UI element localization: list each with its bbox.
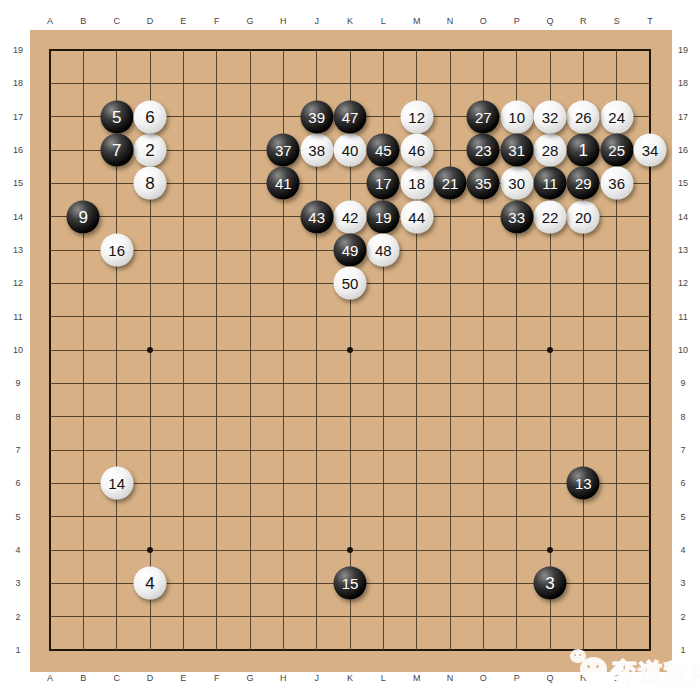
row-label-right: 10 <box>678 345 688 355</box>
stone-white-28: 28 <box>534 134 567 167</box>
stone-move-number: 9 <box>79 208 88 225</box>
stone-move-number: 21 <box>442 176 459 191</box>
stone-move-number: 30 <box>508 176 525 191</box>
column-label-top: H <box>280 16 287 26</box>
stone-white-48: 48 <box>367 234 400 267</box>
stone-move-number: 28 <box>542 143 559 158</box>
stone-move-number: 44 <box>408 209 425 224</box>
row-label-left: 10 <box>13 345 23 355</box>
column-label-bottom: P <box>514 673 520 683</box>
row-label-left: 15 <box>13 178 23 188</box>
stone-move-number: 23 <box>475 143 492 158</box>
row-label-left: 12 <box>13 278 23 288</box>
column-label-top: R <box>580 16 587 26</box>
stone-move-number: 7 <box>112 142 121 159</box>
row-label-right: 6 <box>680 478 685 488</box>
stone-white-42: 42 <box>334 200 367 233</box>
stone-move-number: 39 <box>308 109 325 124</box>
column-label-bottom: H <box>280 673 287 683</box>
stone-black-41: 41 <box>267 167 300 200</box>
stone-white-40: 40 <box>334 134 367 167</box>
row-label-left: 16 <box>13 145 23 155</box>
watermark-text: 弈道秋声 <box>612 656 700 689</box>
row-label-right: 2 <box>680 612 685 622</box>
grid-line-horizontal <box>50 483 650 484</box>
stone-black-37: 37 <box>267 134 300 167</box>
stone-black-47: 47 <box>334 100 367 133</box>
stone-move-number: 22 <box>542 209 559 224</box>
stone-white-8: 8 <box>134 167 167 200</box>
stone-black-43: 43 <box>300 200 333 233</box>
row-label-right: 12 <box>678 278 688 288</box>
stone-move-number: 41 <box>275 176 292 191</box>
stone-move-number: 17 <box>375 176 392 191</box>
stone-white-6: 6 <box>134 100 167 133</box>
stone-white-22: 22 <box>534 200 567 233</box>
stone-move-number: 42 <box>342 209 359 224</box>
row-label-left: 4 <box>15 545 20 555</box>
row-label-right: 9 <box>680 378 685 388</box>
stone-move-number: 50 <box>342 276 359 291</box>
stone-move-number: 1 <box>579 142 588 159</box>
row-label-left: 2 <box>15 612 20 622</box>
column-label-bottom: B <box>80 673 86 683</box>
stone-move-number: 26 <box>575 109 592 124</box>
grid-line-horizontal <box>50 616 650 617</box>
stone-black-23: 23 <box>467 134 500 167</box>
row-label-left: 17 <box>13 112 23 122</box>
stone-black-3: 3 <box>534 567 567 600</box>
column-label-bottom: E <box>180 673 186 683</box>
wechat-icon-bubble <box>580 657 607 681</box>
stone-move-number: 13 <box>575 476 592 491</box>
row-label-left: 11 <box>13 312 22 322</box>
stone-move-number: 49 <box>342 243 359 258</box>
row-label-left: 18 <box>13 78 23 88</box>
go-diagram: AABBCCDDEEFFGGHHJJKKLLMMNNOOPPQQRRSSTT19… <box>0 0 700 700</box>
stone-black-17: 17 <box>367 167 400 200</box>
stone-move-number: 8 <box>145 175 154 192</box>
star-point <box>147 547 153 553</box>
stone-move-number: 32 <box>542 109 559 124</box>
column-label-top: D <box>147 16 154 26</box>
stone-black-11: 11 <box>534 167 567 200</box>
row-label-right: 3 <box>680 578 685 588</box>
stone-move-number: 4 <box>145 575 154 592</box>
stone-move-number: 36 <box>608 176 625 191</box>
star-point <box>147 347 153 353</box>
stone-move-number: 2 <box>145 142 154 159</box>
row-label-right: 17 <box>678 112 688 122</box>
stone-white-38: 38 <box>300 134 333 167</box>
column-label-top: B <box>80 16 86 26</box>
stone-move-number: 40 <box>342 143 359 158</box>
row-label-left: 9 <box>15 378 20 388</box>
stone-move-number: 27 <box>475 109 492 124</box>
star-point <box>347 547 353 553</box>
column-label-bottom: N <box>447 673 454 683</box>
row-label-left: 8 <box>15 412 20 422</box>
stone-move-number: 37 <box>275 143 292 158</box>
row-label-left: 13 <box>13 245 23 255</box>
column-label-top: M <box>413 16 421 26</box>
watermark: 弈道秋声 <box>568 646 698 696</box>
stone-white-12: 12 <box>400 100 433 133</box>
stone-move-number: 33 <box>508 209 525 224</box>
stone-white-26: 26 <box>567 100 600 133</box>
row-label-left: 6 <box>15 478 20 488</box>
stone-white-32: 32 <box>534 100 567 133</box>
stone-black-45: 45 <box>367 134 400 167</box>
stone-black-7: 7 <box>100 134 133 167</box>
column-label-top: O <box>480 16 487 26</box>
row-label-right: 5 <box>680 512 685 522</box>
row-label-right: 16 <box>678 145 688 155</box>
column-label-top: Q <box>546 16 553 26</box>
stone-black-35: 35 <box>467 167 500 200</box>
column-label-bottom: Q <box>546 673 553 683</box>
stone-white-34: 34 <box>634 134 667 167</box>
stone-move-number: 25 <box>608 143 625 158</box>
stone-move-number: 19 <box>375 209 392 224</box>
stone-move-number: 48 <box>375 243 392 258</box>
stone-white-44: 44 <box>400 200 433 233</box>
column-label-top: G <box>246 16 253 26</box>
column-label-top: E <box>180 16 186 26</box>
column-label-top: K <box>347 16 353 26</box>
row-label-left: 3 <box>15 578 20 588</box>
stone-black-49: 49 <box>334 234 367 267</box>
stone-black-25: 25 <box>600 134 633 167</box>
stone-move-number: 18 <box>408 176 425 191</box>
column-label-bottom: C <box>113 673 120 683</box>
stone-black-13: 13 <box>567 467 600 500</box>
stone-black-29: 29 <box>567 167 600 200</box>
stone-move-number: 12 <box>408 109 425 124</box>
column-label-bottom: L <box>381 673 386 683</box>
stone-move-number: 31 <box>508 143 525 158</box>
column-label-bottom: F <box>214 673 220 683</box>
star-point <box>547 547 553 553</box>
column-label-bottom: O <box>480 673 487 683</box>
row-label-right: 4 <box>680 545 685 555</box>
row-label-right: 18 <box>678 78 688 88</box>
column-label-top: S <box>614 16 620 26</box>
stone-move-number: 43 <box>308 209 325 224</box>
stone-white-24: 24 <box>600 100 633 133</box>
stone-black-21: 21 <box>434 167 467 200</box>
row-label-right: 14 <box>678 212 688 222</box>
column-label-bottom: J <box>314 673 319 683</box>
stone-move-number: 47 <box>342 109 359 124</box>
row-label-left: 1 <box>15 645 20 655</box>
stone-black-9: 9 <box>67 200 100 233</box>
stone-move-number: 6 <box>145 108 154 125</box>
stone-white-46: 46 <box>400 134 433 167</box>
column-label-top: C <box>113 16 120 26</box>
stone-black-15: 15 <box>334 567 367 600</box>
column-label-top: N <box>447 16 454 26</box>
stone-move-number: 20 <box>575 209 592 224</box>
stone-white-50: 50 <box>334 267 367 300</box>
row-label-right: 19 <box>678 45 688 55</box>
stone-white-2: 2 <box>134 134 167 167</box>
grid-line-horizontal <box>50 450 650 451</box>
stone-move-number: 38 <box>308 143 325 158</box>
stone-move-number: 45 <box>375 143 392 158</box>
stone-white-14: 14 <box>100 467 133 500</box>
grid-line-horizontal <box>50 383 650 384</box>
row-label-left: 14 <box>13 212 23 222</box>
stone-black-5: 5 <box>100 100 133 133</box>
column-label-bottom: K <box>347 673 353 683</box>
stone-move-number: 15 <box>342 576 359 591</box>
stone-move-number: 34 <box>642 143 659 158</box>
column-label-top: A <box>47 16 53 26</box>
column-label-bottom: M <box>413 673 421 683</box>
stone-black-33: 33 <box>500 200 533 233</box>
star-point <box>547 347 553 353</box>
column-label-top: J <box>314 16 319 26</box>
stone-black-19: 19 <box>367 200 400 233</box>
row-label-left: 7 <box>15 445 20 455</box>
stone-move-number: 5 <box>112 108 121 125</box>
stone-move-number: 3 <box>545 575 554 592</box>
stone-white-10: 10 <box>500 100 533 133</box>
stone-move-number: 24 <box>608 109 625 124</box>
grid-line-horizontal <box>50 416 650 417</box>
column-label-top: T <box>647 16 653 26</box>
stone-black-1: 1 <box>567 134 600 167</box>
stone-move-number: 11 <box>542 176 558 191</box>
stone-move-number: 16 <box>108 243 125 258</box>
column-label-bottom: D <box>147 673 154 683</box>
row-label-left: 19 <box>13 45 23 55</box>
column-label-bottom: G <box>246 673 253 683</box>
row-label-right: 8 <box>680 412 685 422</box>
stone-white-16: 16 <box>100 234 133 267</box>
stone-black-27: 27 <box>467 100 500 133</box>
row-label-right: 11 <box>678 312 687 322</box>
star-point <box>347 347 353 353</box>
stone-white-30: 30 <box>500 167 533 200</box>
stone-move-number: 14 <box>108 476 125 491</box>
column-label-top: L <box>381 16 386 26</box>
row-label-left: 5 <box>15 512 20 522</box>
column-label-top: P <box>514 16 520 26</box>
stone-black-31: 31 <box>500 134 533 167</box>
row-label-right: 13 <box>678 245 688 255</box>
stone-white-36: 36 <box>600 167 633 200</box>
row-label-right: 7 <box>680 445 685 455</box>
column-label-bottom: A <box>47 673 53 683</box>
stone-white-20: 20 <box>567 200 600 233</box>
stone-move-number: 10 <box>508 109 525 124</box>
row-label-right: 15 <box>678 178 688 188</box>
stone-white-4: 4 <box>134 567 167 600</box>
stone-black-39: 39 <box>300 100 333 133</box>
grid-line-vertical <box>450 50 451 650</box>
stone-move-number: 46 <box>408 143 425 158</box>
column-label-top: F <box>214 16 220 26</box>
stone-move-number: 35 <box>475 176 492 191</box>
stone-move-number: 29 <box>575 176 592 191</box>
grid-line-horizontal <box>50 516 650 517</box>
stone-white-18: 18 <box>400 167 433 200</box>
